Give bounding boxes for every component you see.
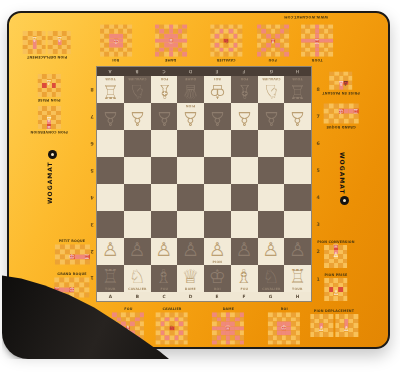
board-square [284, 130, 311, 157]
file-letter: H [284, 292, 311, 301]
piece-name-label: CAVALIER [125, 78, 149, 82]
piece-outline-glyph: ♘ [258, 80, 285, 103]
piece-outline-glyph: ♙ [231, 238, 258, 261]
board-square: ♙ [124, 103, 151, 130]
piece-outline-glyph: ♙ [124, 238, 151, 261]
rank-number: 4 [88, 184, 96, 211]
board-square [231, 184, 258, 211]
diagram-rook: TOUR♖ [301, 24, 333, 63]
diagram-pawn-capture: PION PRISE♙ [315, 271, 357, 301]
piece-name-label: TOUR [98, 287, 122, 291]
piece-name-label: FOU [152, 287, 176, 291]
brand-name-left: WOGAMAT [46, 162, 53, 204]
rank-number: 5 [88, 157, 96, 184]
board-square: ♙PION [204, 238, 231, 265]
board-square [124, 211, 151, 238]
piece-outline-glyph: ♖ [97, 265, 124, 288]
diagram-label: ROI [112, 58, 119, 62]
board-square [151, 184, 178, 211]
diagram-label: ROI [280, 307, 287, 311]
product-photo: WWW.WOGAMAT.COM WOGAMAT WOGAMAT ABCDEFGH… [0, 0, 400, 379]
piece-outline-glyph: ♘ [124, 265, 151, 288]
piece-name-label: CAVALIER [259, 78, 283, 82]
board-square: ♙ [97, 103, 124, 130]
diagram-pawn-promotion: PION CONVERSION♕♙ [15, 106, 83, 136]
brand-website-text: WWW.WOGAMAT.COM [284, 16, 328, 20]
board-square: ♙ [258, 103, 285, 130]
board-square [204, 211, 231, 238]
board-square: ♙ [97, 238, 124, 265]
board-square [284, 184, 311, 211]
rank-number: 3 [88, 211, 96, 238]
file-letter: E [204, 292, 231, 301]
board-square [231, 157, 258, 184]
diagram-knight: CAVALIER♘ [155, 305, 190, 344]
file-letter: G [258, 67, 285, 76]
board-square [97, 211, 124, 238]
board-square [258, 157, 285, 184]
board-square: ♕DAME [177, 76, 204, 103]
piece-outline-glyph: ♙ [177, 238, 204, 261]
diagram-label: PRISE EN PASSANT [322, 91, 360, 95]
diagram-label: PION PRISE [325, 273, 348, 277]
file-letter: E [204, 67, 231, 76]
board-square: ♙ [204, 103, 231, 130]
piece-outline-glyph: ♗ [231, 265, 258, 288]
board-square [177, 211, 204, 238]
board-square [204, 157, 231, 184]
piece-name-label: ROI [205, 287, 229, 291]
diagram-label: CAVALIER [216, 58, 235, 62]
diagram-queen: DAME♕ [212, 305, 244, 344]
file-letter: B [124, 67, 151, 76]
board-square [231, 130, 258, 157]
piece-outline-glyph: ♙ [284, 107, 311, 130]
board-square: ♖TOUR [97, 76, 124, 103]
piece-outline-glyph: ♖ [284, 265, 311, 288]
file-letters-bottom: ABCDEFGH [97, 292, 311, 301]
piece-name-label: FOU [232, 78, 256, 82]
piece-outline-glyph: ♙ [124, 107, 151, 130]
piece-name-label: FOU [152, 78, 176, 82]
board-square [97, 184, 124, 211]
piece-outline-glyph: ♘ [258, 265, 285, 288]
board-square: ♖TOUR [97, 265, 124, 292]
file-letter: G [258, 292, 285, 301]
board-square: ♙ [231, 238, 258, 265]
diagram-pawn-move: PION DEPLACEMENT♙♙ [10, 31, 83, 61]
diagram-castle-long: GRAND ROQUE♖♔ [314, 104, 367, 131]
diagram-piece-glyph: ♖ [353, 108, 359, 115]
diagram-pawn-capture: PION PRISE♙ [28, 74, 70, 104]
diagram-castle-short: PETIT ROQUE♔♖ [48, 238, 96, 265]
diagram-label: TOUR [312, 58, 323, 62]
board-square [177, 184, 204, 211]
rank-number: 3 [314, 211, 322, 238]
diagram-label: PION DEPLACEMENT [27, 56, 67, 60]
board-square: ♗FOU [231, 265, 258, 292]
file-letter: B [124, 292, 151, 301]
diagram-pawn-promotion: PION CONVERSION♕♙ [302, 238, 370, 268]
board-square: ♘CAVALIER [124, 76, 151, 103]
board-square [151, 157, 178, 184]
board-square [97, 130, 124, 157]
diagram-king: ROI♔ [268, 305, 300, 344]
file-letter: C [151, 67, 178, 76]
board-square: ♔ROI [204, 265, 231, 292]
diagram-pawn-move: PION DEPLACEMENT♙♙ [297, 307, 370, 337]
board-square: ♗FOU [151, 76, 178, 103]
board-square [231, 211, 258, 238]
board-square: ♖TOUR [284, 265, 311, 292]
piece-outline-glyph: ♙ [258, 238, 285, 261]
piece-name-label: TOUR [285, 287, 309, 291]
diagram-label: PION PRISE [38, 99, 61, 103]
diagram-piece-glyph: ♔ [338, 108, 344, 115]
board-square: ♕DAME [177, 265, 204, 292]
file-letters-top: ABCDEFGH [97, 67, 311, 76]
file-letter: C [151, 292, 178, 301]
board-square: ♙ [284, 103, 311, 130]
piece-outline-glyph: ♕ [177, 265, 204, 288]
piece-outline-glyph: ♔ [204, 80, 231, 103]
diagram-label: FOU [124, 307, 132, 311]
chess-board: ABCDEFGH ♖TOUR♘CAVALIER♗FOU♕DAME♔ROI♗FOU… [96, 66, 312, 302]
brand-name-right: WOGAMAT [339, 152, 346, 194]
board-square: ♔ROI [204, 76, 231, 103]
file-letter: D [177, 292, 204, 301]
file-letter: A [97, 67, 124, 76]
file-letter: F [231, 67, 258, 76]
board-square: ♙ [231, 103, 258, 130]
diagram-en-passant: PRISE EN PASSANT♙♙ [307, 71, 375, 96]
piece-outline-glyph: ♙ [204, 238, 231, 261]
board-square [258, 211, 285, 238]
diagram-queen: DAME♕ [155, 24, 187, 63]
piece-outline-glyph: ♙ [151, 107, 178, 130]
rank-number: 8 [88, 76, 96, 103]
board-square: ♙ [258, 238, 285, 265]
board-square [177, 157, 204, 184]
board-square [151, 211, 178, 238]
piece-outline-glyph: ♙ [151, 238, 178, 261]
board-square [284, 157, 311, 184]
board-square [258, 184, 285, 211]
piece-name-label: TOUR [98, 78, 122, 82]
piece-name-label: CAVALIER [125, 287, 149, 291]
board-square: ♙ [151, 103, 178, 130]
board-square [177, 130, 204, 157]
board-square: ♙PION [177, 103, 204, 130]
file-letter: D [177, 67, 204, 76]
file-letter: F [231, 292, 258, 301]
board-square [284, 211, 311, 238]
board-square: ♙ [151, 238, 178, 265]
rank-number: 6 [314, 130, 322, 157]
board-square [124, 130, 151, 157]
piece-name-label: DAME [178, 287, 202, 291]
piece-outline-glyph: ♙ [97, 107, 124, 130]
rank-number: 4 [314, 184, 322, 211]
diagram-label: PETIT ROQUE [59, 239, 85, 243]
piece-outline-glyph: ♙ [231, 107, 258, 130]
diagram-label: FOU [269, 58, 277, 62]
brand-logo-icon [340, 196, 349, 205]
piece-outline-glyph: ♗ [151, 80, 178, 103]
file-letter: A [97, 292, 124, 301]
piece-name-label: PION [205, 260, 229, 264]
diagram-label: DAME [165, 58, 176, 62]
piece-name-label: PION [178, 105, 202, 109]
diagram-king: ROI♔ [100, 24, 132, 63]
piece-name-label: FOU [232, 287, 256, 291]
board-square: ♙ [177, 238, 204, 265]
board-square [124, 157, 151, 184]
board-grid: ♖TOUR♘CAVALIER♗FOU♕DAME♔ROI♗FOU♘CAVALIER… [97, 76, 311, 292]
board-square [204, 184, 231, 211]
board-square: ♘CAVALIER [258, 76, 285, 103]
diagram-label: GRAND ROQUE [326, 125, 355, 129]
piece-outline-glyph: ♘ [124, 80, 151, 103]
piece-outline-glyph: ♖ [97, 80, 124, 103]
diagram-label: GRAND ROQUE [57, 272, 86, 276]
board-square [151, 130, 178, 157]
rank-number: 6 [88, 130, 96, 157]
piece-outline-glyph: ♗ [231, 80, 258, 103]
board-square [97, 157, 124, 184]
piece-outline-glyph: ♙ [204, 107, 231, 130]
diagram-bishop: FOU♗ [257, 24, 289, 63]
diagram-label: CAVALIER [162, 307, 181, 311]
board-square: ♗FOU [231, 76, 258, 103]
brand-logo-icon [48, 150, 57, 159]
rank-number: 7 [88, 103, 96, 130]
diagram-knight: CAVALIER♘ [209, 24, 244, 63]
piece-name-label: DAME [178, 78, 202, 82]
board-square: ♘CAVALIER [124, 265, 151, 292]
board-square: ♗FOU [151, 265, 178, 292]
board-square: ♘CAVALIER [258, 265, 285, 292]
rank-number: 5 [314, 157, 322, 184]
piece-outline-glyph: ♔ [204, 265, 231, 288]
piece-outline-glyph: ♙ [97, 238, 124, 261]
piece-outline-glyph: ♗ [151, 265, 178, 288]
piece-outline-glyph: ♙ [258, 107, 285, 130]
board-square [258, 130, 285, 157]
piece-outline-glyph: ♙ [177, 107, 204, 130]
board-square: ♙ [124, 238, 151, 265]
piece-name-label: CAVALIER [259, 287, 283, 291]
board-square [204, 130, 231, 157]
diagram-label: DAME [222, 307, 233, 311]
piece-outline-glyph: ♕ [177, 80, 204, 103]
diagram-label: PION DEPLACEMENT [314, 309, 354, 313]
board-square [124, 184, 151, 211]
piece-name-label: ROI [205, 78, 229, 82]
